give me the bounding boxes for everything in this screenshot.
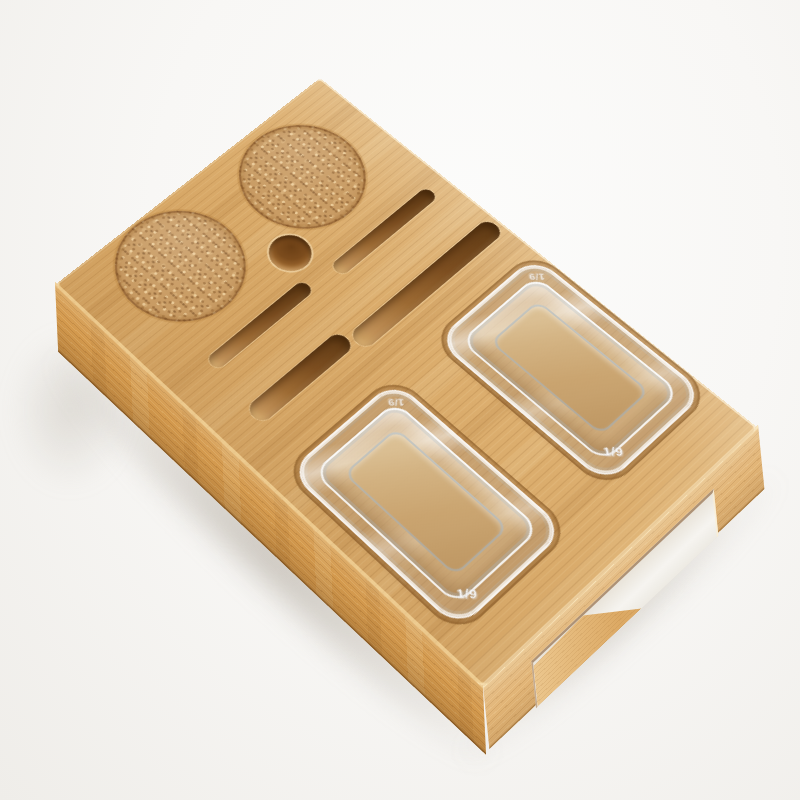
pan-back-cavity (460, 275, 681, 462)
pan-front-size-mark-near: 1/9 (456, 586, 478, 601)
photo-stage: 1/9 1/9 1/9 1/9 (0, 0, 800, 800)
pan-back-floor (490, 300, 650, 435)
pan-back-size-mark-far: 1/9 (528, 272, 545, 282)
pan-front-size-mark-far: 1/9 (387, 397, 404, 407)
cork-pad-back (213, 105, 392, 251)
accessory-slot-4 (245, 331, 355, 425)
cork-pad-front (88, 189, 273, 345)
pan-front-floor (343, 428, 509, 577)
pan-back-size-mark-near: 1/9 (602, 445, 624, 459)
round-hole (260, 228, 320, 278)
